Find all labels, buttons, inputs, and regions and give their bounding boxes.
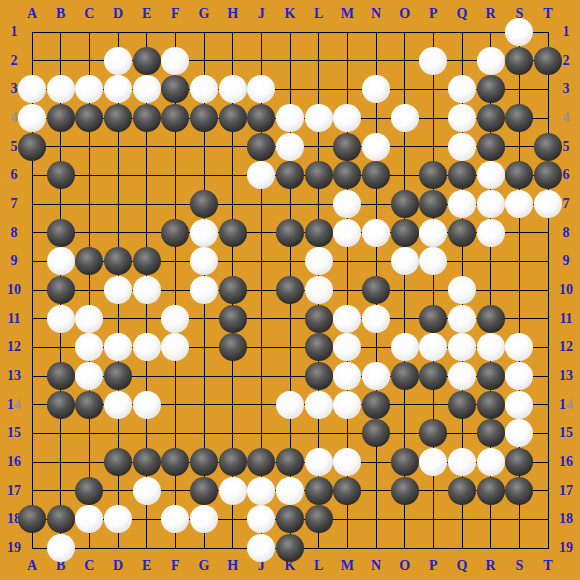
stone-white-D14[interactable] [104, 391, 132, 419]
stone-black-N14[interactable] [362, 391, 390, 419]
stone-black-C9[interactable] [75, 247, 103, 275]
coordinate-label-top-H: H [227, 7, 238, 21]
stone-black-O13[interactable] [391, 362, 419, 390]
stone-black-E2[interactable] [133, 47, 161, 75]
stone-white-Q16[interactable] [448, 448, 476, 476]
coordinate-label-right-17: 17 [559, 484, 573, 498]
stone-white-G8[interactable] [190, 219, 218, 247]
stone-black-N10[interactable] [362, 276, 390, 304]
coordinate-label-right-18: 18 [559, 512, 573, 526]
coordinate-label-right-7: 7 [563, 197, 570, 211]
stone-black-N15[interactable] [362, 419, 390, 447]
stone-black-S6[interactable] [505, 161, 533, 189]
stone-white-S7[interactable] [505, 190, 533, 218]
stone-white-N3[interactable] [362, 75, 390, 103]
stone-black-K6[interactable] [276, 161, 304, 189]
stone-black-R4[interactable] [477, 104, 505, 132]
stone-black-D9[interactable] [104, 247, 132, 275]
stone-white-B11[interactable] [47, 305, 75, 333]
stone-black-B4[interactable] [47, 104, 75, 132]
stone-black-R15[interactable] [477, 419, 505, 447]
stone-white-R8[interactable] [477, 219, 505, 247]
coordinate-label-right-19: 19 [559, 541, 573, 555]
coordinate-label-left-14: 14 [7, 398, 21, 412]
stone-white-O4[interactable] [391, 104, 419, 132]
coordinate-label-bottom-N: N [371, 559, 381, 573]
stone-black-J4[interactable] [247, 104, 275, 132]
stone-white-B3[interactable] [47, 75, 75, 103]
stone-white-K4[interactable] [276, 104, 304, 132]
stone-white-M16[interactable] [333, 448, 361, 476]
coordinate-label-bottom-O: O [399, 559, 410, 573]
stone-black-R3[interactable] [477, 75, 505, 103]
stone-black-T6[interactable] [534, 161, 562, 189]
coordinate-label-bottom-R: R [486, 559, 496, 573]
stone-black-C4[interactable] [75, 104, 103, 132]
stone-black-F3[interactable] [161, 75, 189, 103]
coordinate-label-right-13: 13 [559, 369, 573, 383]
stone-black-O7[interactable] [391, 190, 419, 218]
stone-black-R14[interactable] [477, 391, 505, 419]
coordinate-label-bottom-M: M [341, 559, 354, 573]
coordinate-label-left-13: 13 [7, 369, 21, 383]
stone-black-Q14[interactable] [448, 391, 476, 419]
coordinate-label-right-8: 8 [563, 226, 570, 240]
stone-black-E4[interactable] [133, 104, 161, 132]
stone-black-H8[interactable] [219, 219, 247, 247]
stone-white-B19[interactable] [47, 534, 75, 562]
stone-black-C14[interactable] [75, 391, 103, 419]
stone-white-E10[interactable] [133, 276, 161, 304]
coordinate-label-right-1: 1 [563, 25, 570, 39]
coordinate-label-top-O: O [399, 7, 410, 21]
stone-white-B9[interactable] [47, 247, 75, 275]
stone-black-H11[interactable] [219, 305, 247, 333]
stone-white-G18[interactable] [190, 505, 218, 533]
stone-black-G4[interactable] [190, 104, 218, 132]
stone-black-P7[interactable] [419, 190, 447, 218]
stone-white-K14[interactable] [276, 391, 304, 419]
stone-white-Q10[interactable] [448, 276, 476, 304]
stone-white-P9[interactable] [419, 247, 447, 275]
coordinate-label-left-16: 16 [7, 455, 21, 469]
coordinate-label-bottom-Q: Q [457, 559, 468, 573]
stone-white-S12[interactable] [505, 333, 533, 361]
stone-black-C17[interactable] [75, 477, 103, 505]
stone-black-R13[interactable] [477, 362, 505, 390]
stone-black-H16[interactable] [219, 448, 247, 476]
stone-white-C11[interactable] [75, 305, 103, 333]
coordinate-label-left-6: 6 [11, 168, 18, 182]
stone-black-B13[interactable] [47, 362, 75, 390]
coordinate-label-left-11: 11 [7, 312, 20, 326]
coordinate-label-bottom-H: H [227, 559, 238, 573]
stone-black-L18[interactable] [305, 505, 333, 533]
stone-white-M7[interactable] [333, 190, 361, 218]
coordinate-label-right-14: 14 [559, 398, 573, 412]
coordinate-label-left-4: 4 [11, 111, 18, 125]
stone-white-F2[interactable] [161, 47, 189, 75]
stone-black-P11[interactable] [419, 305, 447, 333]
coordinate-label-bottom-S: S [515, 559, 523, 573]
stone-white-M14[interactable] [333, 391, 361, 419]
stone-white-R16[interactable] [477, 448, 505, 476]
stone-black-J16[interactable] [247, 448, 275, 476]
stone-white-Q3[interactable] [448, 75, 476, 103]
stone-black-H4[interactable] [219, 104, 247, 132]
stone-black-K19[interactable] [276, 534, 304, 562]
stone-white-S13[interactable] [505, 362, 533, 390]
stone-white-L4[interactable] [305, 104, 333, 132]
stone-black-G17[interactable] [190, 477, 218, 505]
stone-white-L14[interactable] [305, 391, 333, 419]
stone-black-P15[interactable] [419, 419, 447, 447]
stone-black-S2[interactable] [505, 47, 533, 75]
stone-white-M12[interactable] [333, 333, 361, 361]
stone-white-R6[interactable] [477, 161, 505, 189]
coordinate-label-left-2: 2 [11, 54, 18, 68]
stone-white-G3[interactable] [190, 75, 218, 103]
stone-white-A3[interactable] [18, 75, 46, 103]
coordinate-label-left-8: 8 [11, 226, 18, 240]
stone-white-N5[interactable] [362, 133, 390, 161]
stone-white-K17[interactable] [276, 477, 304, 505]
coordinate-label-top-R: R [486, 7, 496, 21]
stone-white-Q13[interactable] [448, 362, 476, 390]
stone-black-H12[interactable] [219, 333, 247, 361]
stone-white-S14[interactable] [505, 391, 533, 419]
coordinate-label-top-G: G [199, 7, 210, 21]
stone-black-M6[interactable] [333, 161, 361, 189]
coordinate-label-right-12: 12 [559, 340, 573, 354]
stone-black-D4[interactable] [104, 104, 132, 132]
stone-white-E3[interactable] [133, 75, 161, 103]
stone-white-N11[interactable] [362, 305, 390, 333]
coordinate-label-right-6: 6 [563, 168, 570, 182]
stone-black-B14[interactable] [47, 391, 75, 419]
stone-black-S17[interactable] [505, 477, 533, 505]
stone-white-T7[interactable] [534, 190, 562, 218]
stone-white-J19[interactable] [247, 534, 275, 562]
stone-white-D3[interactable] [104, 75, 132, 103]
stone-black-R5[interactable] [477, 133, 505, 161]
coordinate-label-top-Q: Q [457, 7, 468, 21]
coordinate-label-right-11: 11 [559, 312, 572, 326]
stone-black-M5[interactable] [333, 133, 361, 161]
stone-white-O9[interactable] [391, 247, 419, 275]
stone-white-J6[interactable] [247, 161, 275, 189]
coordinate-label-right-3: 3 [563, 82, 570, 96]
stone-white-G9[interactable] [190, 247, 218, 275]
stone-white-D2[interactable] [104, 47, 132, 75]
coordinate-label-right-15: 15 [559, 426, 573, 440]
coordinate-label-top-N: N [371, 7, 381, 21]
stone-black-H10[interactable] [219, 276, 247, 304]
coordinate-label-top-E: E [142, 7, 151, 21]
stone-black-L13[interactable] [305, 362, 333, 390]
stone-black-E9[interactable] [133, 247, 161, 275]
coordinate-label-left-19: 19 [7, 541, 21, 555]
stone-white-P16[interactable] [419, 448, 447, 476]
stone-black-P13[interactable] [419, 362, 447, 390]
coordinate-label-top-T: T [543, 7, 552, 21]
stone-white-M4[interactable] [333, 104, 361, 132]
coordinate-label-bottom-C: C [84, 559, 94, 573]
coordinate-label-top-A: A [27, 7, 37, 21]
coordinate-label-top-L: L [314, 7, 323, 21]
stone-white-R12[interactable] [477, 333, 505, 361]
stone-black-Q8[interactable] [448, 219, 476, 247]
stone-white-D12[interactable] [104, 333, 132, 361]
stone-black-O8[interactable] [391, 219, 419, 247]
stone-white-Q12[interactable] [448, 333, 476, 361]
stone-white-Q11[interactable] [448, 305, 476, 333]
stone-white-C18[interactable] [75, 505, 103, 533]
coordinate-label-bottom-A: A [27, 559, 37, 573]
coordinate-label-left-12: 12 [7, 340, 21, 354]
stone-black-A5[interactable] [18, 133, 46, 161]
stone-black-L8[interactable] [305, 219, 333, 247]
coordinate-label-bottom-P: P [429, 559, 438, 573]
stone-black-R17[interactable] [477, 477, 505, 505]
coordinate-label-left-1: 1 [11, 25, 18, 39]
stone-white-Q4[interactable] [448, 104, 476, 132]
coordinate-label-bottom-D: D [113, 559, 123, 573]
stone-white-P2[interactable] [419, 47, 447, 75]
coordinate-label-left-10: 10 [7, 283, 21, 297]
stone-black-O17[interactable] [391, 477, 419, 505]
stone-white-D18[interactable] [104, 505, 132, 533]
stone-white-L10[interactable] [305, 276, 333, 304]
stone-white-A4[interactable] [18, 104, 46, 132]
coordinate-label-right-16: 16 [559, 455, 573, 469]
coordinate-label-left-7: 7 [11, 197, 18, 211]
stone-white-M8[interactable] [333, 219, 361, 247]
grid-line-horizontal [32, 433, 549, 434]
stone-white-N13[interactable] [362, 362, 390, 390]
stone-black-T2[interactable] [534, 47, 562, 75]
coordinate-label-bottom-L: L [314, 559, 323, 573]
coordinate-label-bottom-T: T [543, 559, 552, 573]
stone-black-T5[interactable] [534, 133, 562, 161]
coordinate-label-left-5: 5 [11, 140, 18, 154]
stone-white-L16[interactable] [305, 448, 333, 476]
coordinate-label-top-F: F [171, 7, 180, 21]
stone-white-Q7[interactable] [448, 190, 476, 218]
stone-black-Q17[interactable] [448, 477, 476, 505]
stone-white-C13[interactable] [75, 362, 103, 390]
coordinate-label-left-3: 3 [11, 82, 18, 96]
stone-black-G7[interactable] [190, 190, 218, 218]
stone-white-S1[interactable] [505, 18, 533, 46]
coordinate-label-right-2: 2 [563, 54, 570, 68]
stone-black-K16[interactable] [276, 448, 304, 476]
stone-black-G16[interactable] [190, 448, 218, 476]
coordinate-label-right-9: 9 [563, 254, 570, 268]
coordinate-label-top-K: K [285, 7, 296, 21]
stone-white-M11[interactable] [333, 305, 361, 333]
stone-white-D10[interactable] [104, 276, 132, 304]
stone-white-F18[interactable] [161, 505, 189, 533]
coordinate-label-left-17: 17 [7, 484, 21, 498]
stone-black-N6[interactable] [362, 161, 390, 189]
stone-white-Q5[interactable] [448, 133, 476, 161]
stone-white-E12[interactable] [133, 333, 161, 361]
coordinate-label-top-B: B [56, 7, 65, 21]
grid-line-vertical [548, 32, 549, 549]
stone-black-J5[interactable] [247, 133, 275, 161]
stone-black-F8[interactable] [161, 219, 189, 247]
stone-white-J18[interactable] [247, 505, 275, 533]
stone-black-F4[interactable] [161, 104, 189, 132]
coordinate-label-top-P: P [429, 7, 438, 21]
stone-black-B6[interactable] [47, 161, 75, 189]
stone-black-L12[interactable] [305, 333, 333, 361]
coordinate-label-left-9: 9 [11, 254, 18, 268]
stone-black-K8[interactable] [276, 219, 304, 247]
stone-white-H17[interactable] [219, 477, 247, 505]
coordinate-label-bottom-E: E [142, 559, 151, 573]
coordinate-label-bottom-G: G [199, 559, 210, 573]
stone-black-L11[interactable] [305, 305, 333, 333]
stone-white-R7[interactable] [477, 190, 505, 218]
stone-black-A18[interactable] [18, 505, 46, 533]
stone-black-S16[interactable] [505, 448, 533, 476]
stone-black-Q6[interactable] [448, 161, 476, 189]
stone-white-P12[interactable] [419, 333, 447, 361]
stone-white-K5[interactable] [276, 133, 304, 161]
stone-black-M17[interactable] [333, 477, 361, 505]
stone-white-F12[interactable] [161, 333, 189, 361]
stone-white-E17[interactable] [133, 477, 161, 505]
stone-black-D16[interactable] [104, 448, 132, 476]
stone-white-J3[interactable] [247, 75, 275, 103]
stone-black-B8[interactable] [47, 219, 75, 247]
stone-white-G10[interactable] [190, 276, 218, 304]
stone-white-H3[interactable] [219, 75, 247, 103]
coordinate-label-bottom-F: F [171, 559, 180, 573]
stone-white-M13[interactable] [333, 362, 361, 390]
stone-black-O16[interactable] [391, 448, 419, 476]
coordinate-label-right-10: 10 [559, 283, 573, 297]
stone-black-B10[interactable] [47, 276, 75, 304]
coordinate-label-top-D: D [113, 7, 123, 21]
stone-black-K10[interactable] [276, 276, 304, 304]
stone-black-L17[interactable] [305, 477, 333, 505]
stone-white-N8[interactable] [362, 219, 390, 247]
coordinate-label-top-J: J [258, 7, 265, 21]
stone-white-R2[interactable] [477, 47, 505, 75]
stone-black-D13[interactable] [104, 362, 132, 390]
stone-white-J17[interactable] [247, 477, 275, 505]
stone-black-B18[interactable] [47, 505, 75, 533]
stone-white-L9[interactable] [305, 247, 333, 275]
stone-black-S4[interactable] [505, 104, 533, 132]
stone-black-K18[interactable] [276, 505, 304, 533]
stone-white-E14[interactable] [133, 391, 161, 419]
stone-black-E16[interactable] [133, 448, 161, 476]
stone-black-L6[interactable] [305, 161, 333, 189]
coordinate-label-right-4: 4 [563, 111, 570, 125]
coordinate-label-left-15: 15 [7, 426, 21, 440]
stone-white-C3[interactable] [75, 75, 103, 103]
coordinate-label-right-5: 5 [563, 140, 570, 154]
coordinate-label-top-C: C [84, 7, 94, 21]
stone-white-O12[interactable] [391, 333, 419, 361]
coordinate-label-top-M: M [341, 7, 354, 21]
go-board[interactable]: AABBCCDDEEFFGGHHJJKKLLMMNNOOPPQQRRSSTT11… [0, 0, 580, 580]
stone-black-R11[interactable] [477, 305, 505, 333]
stone-white-F11[interactable] [161, 305, 189, 333]
stone-black-F16[interactable] [161, 448, 189, 476]
stone-white-C12[interactable] [75, 333, 103, 361]
stone-white-S15[interactable] [505, 419, 533, 447]
stone-white-P8[interactable] [419, 219, 447, 247]
stone-black-P6[interactable] [419, 161, 447, 189]
